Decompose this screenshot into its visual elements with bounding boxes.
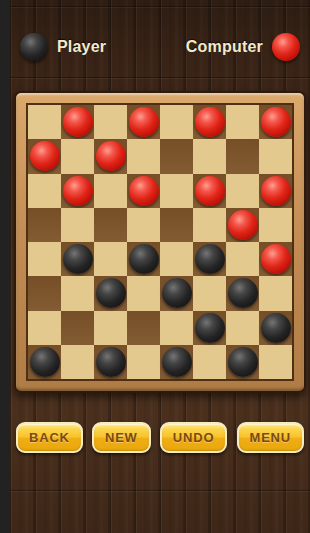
board-square-r4c1[interactable] [28, 208, 61, 242]
board-square-r7c1[interactable] [28, 311, 61, 345]
board-square-r7c6[interactable] [193, 311, 226, 345]
black-checker[interactable] [228, 347, 258, 377]
red-checker[interactable] [129, 107, 159, 137]
board-square-r6c7[interactable] [226, 276, 259, 310]
red-checker[interactable] [261, 107, 291, 137]
checkers-board [26, 103, 294, 381]
red-checker[interactable] [195, 107, 225, 137]
red-checker[interactable] [228, 210, 258, 240]
black-checker[interactable] [129, 244, 159, 274]
black-checker[interactable] [261, 313, 291, 343]
red-checker[interactable] [96, 141, 126, 171]
board-square-r2c7[interactable] [226, 139, 259, 173]
back-button[interactable]: BACK [16, 422, 83, 453]
menu-button[interactable]: MENU [237, 422, 304, 453]
board-square-r3c6[interactable] [193, 174, 226, 208]
red-checker[interactable] [261, 244, 291, 274]
black-checker[interactable] [195, 313, 225, 343]
black-checker[interactable] [195, 244, 225, 274]
board-square-r4c7[interactable] [226, 208, 259, 242]
board-square-r4c5[interactable] [160, 208, 193, 242]
board-frame [14, 91, 306, 393]
board-square-r7c3[interactable] [94, 311, 127, 345]
wood-seam [10, 6, 310, 7]
board-square-r6c8[interactable] [259, 276, 292, 310]
wood-seam [10, 77, 310, 78]
board-square-r1c1[interactable] [28, 105, 61, 139]
board-square-r5c6[interactable] [193, 242, 226, 276]
board-square-r7c4[interactable] [127, 311, 160, 345]
board-square-r2c2[interactable] [61, 139, 94, 173]
wood-seam [10, 490, 310, 491]
undo-button[interactable]: UNDO [160, 422, 227, 453]
player-label: Player [57, 38, 106, 56]
board-square-r7c2[interactable] [61, 311, 94, 345]
board-square-r8c2[interactable] [61, 345, 94, 379]
board-square-r2c8[interactable] [259, 139, 292, 173]
board-square-r7c8[interactable] [259, 311, 292, 345]
black-checker[interactable] [96, 347, 126, 377]
board-square-r3c8[interactable] [259, 174, 292, 208]
board-square-r7c7[interactable] [226, 311, 259, 345]
button-bar: BACK NEW UNDO MENU [16, 422, 304, 453]
board-square-r6c1[interactable] [28, 276, 61, 310]
board-square-r5c1[interactable] [28, 242, 61, 276]
board-square-r3c1[interactable] [28, 174, 61, 208]
black-checker[interactable] [30, 347, 60, 377]
board-square-r8c4[interactable] [127, 345, 160, 379]
red-checker[interactable] [63, 107, 93, 137]
board-square-r4c8[interactable] [259, 208, 292, 242]
board-square-r8c8[interactable] [259, 345, 292, 379]
board-square-r6c6[interactable] [193, 276, 226, 310]
black-checker[interactable] [96, 278, 126, 308]
board-square-r8c7[interactable] [226, 345, 259, 379]
red-checker[interactable] [63, 176, 93, 206]
board-square-r3c5[interactable] [160, 174, 193, 208]
board-square-r2c6[interactable] [193, 139, 226, 173]
board-square-r1c8[interactable] [259, 105, 292, 139]
board-square-r3c4[interactable] [127, 174, 160, 208]
black-checker[interactable] [228, 278, 258, 308]
board-square-r4c3[interactable] [94, 208, 127, 242]
board-square-r1c6[interactable] [193, 105, 226, 139]
board-square-r1c2[interactable] [61, 105, 94, 139]
board-square-r3c7[interactable] [226, 174, 259, 208]
board-square-r2c4[interactable] [127, 139, 160, 173]
red-checker[interactable] [129, 176, 159, 206]
board-square-r8c3[interactable] [94, 345, 127, 379]
computer-red-checker-icon [272, 33, 300, 61]
board-square-r5c2[interactable] [61, 242, 94, 276]
computer-side: Computer [186, 33, 300, 61]
board-square-r1c3[interactable] [94, 105, 127, 139]
board-square-r5c3[interactable] [94, 242, 127, 276]
computer-label: Computer [186, 38, 263, 56]
black-checker[interactable] [162, 347, 192, 377]
board-square-r6c2[interactable] [61, 276, 94, 310]
red-checker[interactable] [30, 141, 60, 171]
board-square-r6c5[interactable] [160, 276, 193, 310]
black-checker[interactable] [63, 244, 93, 274]
board-square-r3c2[interactable] [61, 174, 94, 208]
board-square-r7c5[interactable] [160, 311, 193, 345]
board-square-r2c1[interactable] [28, 139, 61, 173]
board-square-r5c5[interactable] [160, 242, 193, 276]
board-square-r1c7[interactable] [226, 105, 259, 139]
board-square-r1c4[interactable] [127, 105, 160, 139]
player-side: Player [20, 33, 106, 61]
board-square-r2c5[interactable] [160, 139, 193, 173]
board-square-r6c4[interactable] [127, 276, 160, 310]
board-square-r6c3[interactable] [94, 276, 127, 310]
app-screen: Player Computer BACK NEW UNDO MENU [10, 0, 310, 533]
red-checker[interactable] [261, 176, 291, 206]
board-square-r5c7[interactable] [226, 242, 259, 276]
board-square-r8c1[interactable] [28, 345, 61, 379]
new-button[interactable]: NEW [92, 422, 151, 453]
board-square-r1c5[interactable] [160, 105, 193, 139]
board-square-r2c3[interactable] [94, 139, 127, 173]
board-square-r4c2[interactable] [61, 208, 94, 242]
board-square-r5c4[interactable] [127, 242, 160, 276]
board-square-r8c6[interactable] [193, 345, 226, 379]
header: Player Computer [20, 32, 300, 61]
red-checker[interactable] [195, 176, 225, 206]
board-square-r8c5[interactable] [160, 345, 193, 379]
board-square-r4c4[interactable] [127, 208, 160, 242]
board-square-r4c6[interactable] [193, 208, 226, 242]
board-square-r3c3[interactable] [94, 174, 127, 208]
board-square-r5c8[interactable] [259, 242, 292, 276]
black-checker[interactable] [162, 278, 192, 308]
player-black-checker-icon [20, 33, 48, 61]
